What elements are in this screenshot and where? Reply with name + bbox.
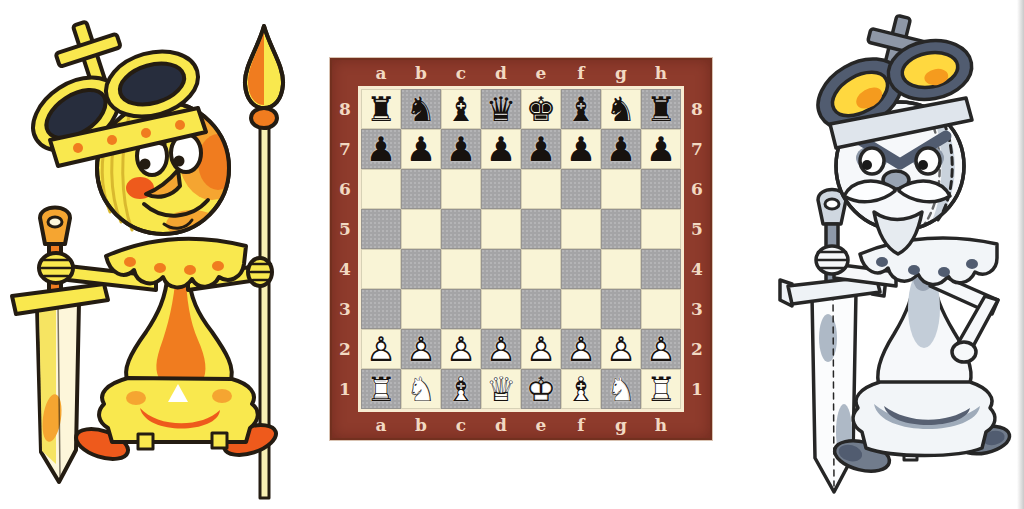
file-label-c: c — [441, 60, 481, 86]
square-a6[interactable] — [361, 169, 401, 209]
rank-label-3: 3 — [332, 289, 358, 329]
square-g3[interactable] — [601, 289, 641, 329]
piece-white-pawn[interactable]: ♟♙ — [521, 329, 561, 369]
piece-black-pawn[interactable]: ♟ — [481, 129, 521, 169]
file-label-c: c — [441, 412, 481, 438]
square-b4[interactable] — [401, 249, 441, 289]
square-f2[interactable]: ♟♙ — [561, 329, 601, 369]
rank-label-6: 6 — [684, 169, 710, 209]
board-squares: ♜♞♝♛♚♝♞♜♟♟♟♟♟♟♟♟♟♙♟♙♟♙♟♙♟♙♟♙♟♙♟♙♜♖♞♘♝♗♛♕… — [361, 89, 681, 409]
square-g8[interactable]: ♞ — [601, 89, 641, 129]
square-f7[interactable]: ♟ — [561, 129, 601, 169]
square-g1[interactable]: ♞♘ — [601, 369, 641, 409]
rank-labels-left: 87654321 — [332, 86, 358, 412]
square-d5[interactable] — [481, 209, 521, 249]
piece-black-knight[interactable]: ♞ — [601, 89, 641, 129]
file-label-a: a — [361, 412, 401, 438]
square-h5[interactable] — [641, 209, 681, 249]
piece-white-bishop[interactable]: ♝♗ — [441, 369, 481, 409]
piece-white-pawn[interactable]: ♟♙ — [481, 329, 521, 369]
file-label-f: f — [561, 412, 601, 438]
square-a5[interactable] — [361, 209, 401, 249]
page: abcdefgh 87654321 ♜♞♝♛♚♝♞♜♟♟♟♟♟♟♟♟♟♙♟♙♟♙… — [0, 0, 1024, 509]
square-a7[interactable]: ♟ — [361, 129, 401, 169]
square-h4[interactable] — [641, 249, 681, 289]
piece-white-rook[interactable]: ♜♖ — [361, 369, 401, 409]
piece-black-pawn[interactable]: ♟ — [601, 129, 641, 169]
rank-label-2: 2 — [332, 329, 358, 369]
square-e3[interactable] — [521, 289, 561, 329]
square-g2[interactable]: ♟♙ — [601, 329, 641, 369]
piece-white-king[interactable]: ♚♔ — [521, 369, 561, 409]
file-labels-bottom: abcdefgh — [358, 412, 684, 438]
piece-black-knight[interactable]: ♞ — [401, 89, 441, 129]
square-b5[interactable] — [401, 209, 441, 249]
piece-white-pawn[interactable]: ♟♙ — [641, 329, 681, 369]
square-c2[interactable]: ♟♙ — [441, 329, 481, 369]
file-label-g: g — [601, 412, 641, 438]
rank-label-5: 5 — [332, 209, 358, 249]
piece-white-pawn[interactable]: ♟♙ — [561, 329, 601, 369]
square-f6[interactable] — [561, 169, 601, 209]
square-d7[interactable]: ♟ — [481, 129, 521, 169]
rank-label-8: 8 — [684, 89, 710, 129]
piece-white-pawn[interactable]: ♟♙ — [401, 329, 441, 369]
rank-label-6: 6 — [332, 169, 358, 209]
file-label-d: d — [481, 412, 521, 438]
square-e5[interactable] — [521, 209, 561, 249]
piece-black-pawn[interactable]: ♟ — [561, 129, 601, 169]
yellow-king-illustration — [6, 10, 298, 502]
square-d2[interactable]: ♟♙ — [481, 329, 521, 369]
piece-white-pawn[interactable]: ♟♙ — [441, 329, 481, 369]
file-label-f: f — [561, 60, 601, 86]
piece-white-pawn[interactable]: ♟♙ — [601, 329, 641, 369]
file-label-e: e — [521, 412, 561, 438]
square-b3[interactable] — [401, 289, 441, 329]
piece-black-pawn[interactable]: ♟ — [441, 129, 481, 169]
square-a2[interactable]: ♟♙ — [361, 329, 401, 369]
file-labels-top: abcdefgh — [358, 60, 684, 86]
piece-black-king[interactable]: ♚ — [521, 89, 561, 129]
square-f1[interactable]: ♝♗ — [561, 369, 601, 409]
file-label-e: e — [521, 60, 561, 86]
piece-black-queen[interactable]: ♛ — [481, 89, 521, 129]
rank-label-2: 2 — [684, 329, 710, 369]
piece-white-knight[interactable]: ♞♘ — [601, 369, 641, 409]
square-g7[interactable]: ♟ — [601, 129, 641, 169]
rank-label-8: 8 — [332, 89, 358, 129]
rank-label-1: 1 — [684, 369, 710, 409]
square-a1[interactable]: ♜♖ — [361, 369, 401, 409]
square-f8[interactable]: ♝ — [561, 89, 601, 129]
square-e7[interactable]: ♟ — [521, 129, 561, 169]
file-label-a: a — [361, 60, 401, 86]
square-g4[interactable] — [601, 249, 641, 289]
square-e2[interactable]: ♟♙ — [521, 329, 561, 369]
square-h2[interactable]: ♟♙ — [641, 329, 681, 369]
file-label-h: h — [641, 60, 681, 86]
rank-label-7: 7 — [332, 129, 358, 169]
square-h3[interactable] — [641, 289, 681, 329]
piece-black-bishop[interactable]: ♝ — [441, 89, 481, 129]
square-h8[interactable]: ♜ — [641, 89, 681, 129]
square-c8[interactable]: ♝ — [441, 89, 481, 129]
square-d1[interactable]: ♛♕ — [481, 369, 521, 409]
square-e1[interactable]: ♚♔ — [521, 369, 561, 409]
piece-white-knight[interactable]: ♞♘ — [401, 369, 441, 409]
square-c1[interactable]: ♝♗ — [441, 369, 481, 409]
piece-black-pawn[interactable]: ♟ — [521, 129, 561, 169]
rank-label-4: 4 — [684, 249, 710, 289]
piece-black-pawn[interactable]: ♟ — [401, 129, 441, 169]
yellow-king-icon — [6, 10, 298, 502]
square-a4[interactable] — [361, 249, 401, 289]
square-d8[interactable]: ♛ — [481, 89, 521, 129]
square-h1[interactable]: ♜♖ — [641, 369, 681, 409]
rank-label-7: 7 — [684, 129, 710, 169]
rank-label-3: 3 — [684, 289, 710, 329]
piece-black-pawn[interactable]: ♟ — [361, 129, 401, 169]
square-b2[interactable]: ♟♙ — [401, 329, 441, 369]
white-king-icon — [768, 8, 1016, 506]
piece-white-rook[interactable]: ♜♖ — [641, 369, 681, 409]
square-g6[interactable] — [601, 169, 641, 209]
rank-label-5: 5 — [684, 209, 710, 249]
square-f5[interactable] — [561, 209, 601, 249]
board-frame: abcdefgh 87654321 ♜♞♝♛♚♝♞♜♟♟♟♟♟♟♟♟♟♙♟♙♟♙… — [330, 58, 712, 440]
square-f3[interactable] — [561, 289, 601, 329]
rank-label-1: 1 — [332, 369, 358, 409]
square-e6[interactable] — [521, 169, 561, 209]
square-f4[interactable] — [561, 249, 601, 289]
piece-black-bishop[interactable]: ♝ — [561, 89, 601, 129]
rank-label-4: 4 — [332, 249, 358, 289]
square-e8[interactable]: ♚ — [521, 89, 561, 129]
square-c6[interactable] — [441, 169, 481, 209]
page-edge-shadow — [1017, 0, 1024, 509]
file-label-g: g — [601, 60, 641, 86]
board-inner: ♜♞♝♛♚♝♞♜♟♟♟♟♟♟♟♟♟♙♟♙♟♙♟♙♟♙♟♙♟♙♟♙♜♖♞♘♝♗♛♕… — [358, 86, 684, 412]
square-c5[interactable] — [441, 209, 481, 249]
piece-black-rook[interactable]: ♜ — [361, 89, 401, 129]
square-d3[interactable] — [481, 289, 521, 329]
file-label-h: h — [641, 412, 681, 438]
white-king-illustration — [768, 8, 1016, 506]
square-a8[interactable]: ♜ — [361, 89, 401, 129]
file-label-d: d — [481, 60, 521, 86]
square-a3[interactable] — [361, 289, 401, 329]
rank-labels-right: 87654321 — [684, 86, 710, 412]
square-d6[interactable] — [481, 169, 521, 209]
square-h6[interactable] — [641, 169, 681, 209]
square-b7[interactable]: ♟ — [401, 129, 441, 169]
file-label-b: b — [401, 412, 441, 438]
square-e4[interactable] — [521, 249, 561, 289]
chessboard: abcdefgh 87654321 ♜♞♝♛♚♝♞♜♟♟♟♟♟♟♟♟♟♙♟♙♟♙… — [330, 58, 712, 440]
square-b8[interactable]: ♞ — [401, 89, 441, 129]
piece-black-pawn[interactable]: ♟ — [641, 129, 681, 169]
square-b6[interactable] — [401, 169, 441, 209]
piece-white-pawn[interactable]: ♟♙ — [361, 329, 401, 369]
square-c4[interactable] — [441, 249, 481, 289]
piece-white-bishop[interactable]: ♝♗ — [561, 369, 601, 409]
square-d4[interactable] — [481, 249, 521, 289]
file-label-b: b — [401, 60, 441, 86]
square-h7[interactable]: ♟ — [641, 129, 681, 169]
square-c3[interactable] — [441, 289, 481, 329]
piece-black-rook[interactable]: ♜ — [641, 89, 681, 129]
square-b1[interactable]: ♞♘ — [401, 369, 441, 409]
square-c7[interactable]: ♟ — [441, 129, 481, 169]
piece-white-queen[interactable]: ♛♕ — [481, 369, 521, 409]
square-g5[interactable] — [601, 209, 641, 249]
